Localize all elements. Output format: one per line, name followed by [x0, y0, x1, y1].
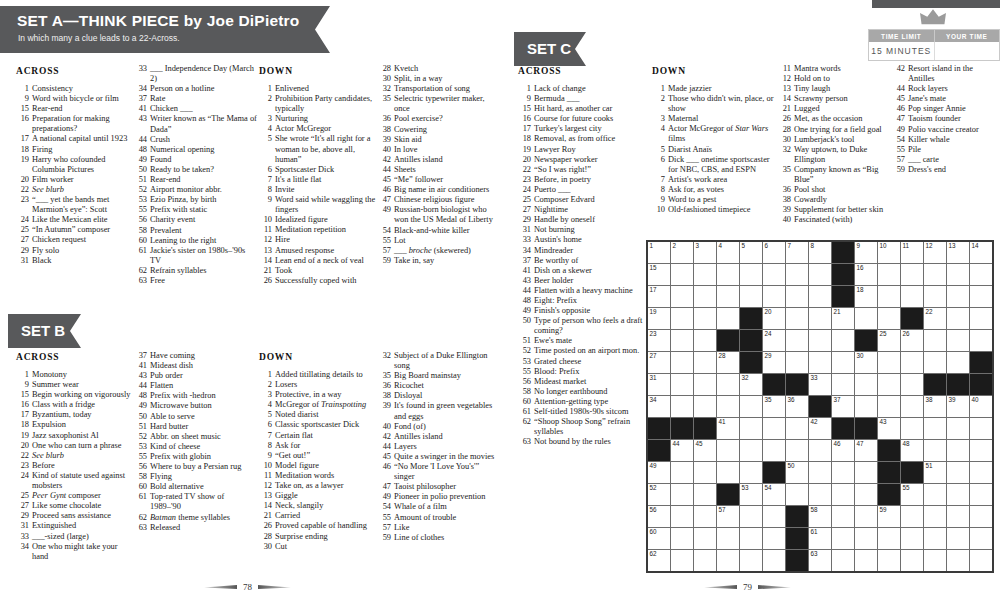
- grid-cell[interactable]: [740, 396, 762, 417]
- grid-cell[interactable]: 18: [855, 286, 877, 307]
- grid-cell[interactable]: [970, 550, 992, 571]
- grid-cell[interactable]: [717, 264, 739, 285]
- clue: 14Lean end of a neck of veal: [259, 256, 377, 266]
- clue: 10Old-fashioned timepiece: [652, 205, 776, 215]
- grid-cell[interactable]: 47: [855, 440, 877, 461]
- grid-cell[interactable]: [832, 484, 854, 505]
- grid-cell[interactable]: 38: [924, 396, 946, 417]
- grid-cell[interactable]: [924, 418, 946, 439]
- clue: 43Beer holder: [518, 276, 646, 286]
- grid-cell[interactable]: [878, 528, 900, 549]
- grid-cell[interactable]: [740, 264, 762, 285]
- grid-cell[interactable]: [901, 286, 923, 307]
- grid-cell[interactable]: [901, 264, 923, 285]
- grid-cell[interactable]: 55: [901, 484, 923, 505]
- grid-cell[interactable]: [809, 352, 831, 373]
- set-a-down-column-1: DOWN 1Enlivened2Prohibition Party candid…: [259, 66, 377, 286]
- grid-cell[interactable]: 41: [717, 418, 739, 439]
- grid-cell[interactable]: 36: [786, 396, 808, 417]
- grid-cell[interactable]: [763, 418, 785, 439]
- grid-cell[interactable]: [809, 330, 831, 351]
- grid-cell[interactable]: 9: [855, 242, 877, 263]
- clue: 9Word said while waggling the fingers: [259, 195, 377, 215]
- clue: 23Before, in poetry: [518, 175, 646, 185]
- cell-number: 28: [719, 352, 726, 359]
- grid-cell[interactable]: [832, 352, 854, 373]
- grid-cell[interactable]: [901, 550, 923, 571]
- grid-cell[interactable]: [970, 440, 992, 461]
- clue: 31Not burning: [518, 225, 646, 235]
- grid-cell[interactable]: [671, 330, 693, 351]
- clue: 8Ask for, as votes: [652, 185, 776, 195]
- grid-cell[interactable]: 1: [648, 242, 670, 263]
- grid-cell[interactable]: 45: [694, 440, 716, 461]
- grid-cell[interactable]: 23: [648, 330, 670, 351]
- clue: 11Meditation words: [259, 471, 377, 481]
- page-number-right: 79: [743, 582, 752, 592]
- grid-cell[interactable]: [694, 506, 716, 527]
- clue: 5She wrote “It's all right for a woman t…: [259, 134, 377, 164]
- clue: 48Numerical opening: [134, 145, 257, 155]
- grid-cell[interactable]: [970, 286, 992, 307]
- grid-cell[interactable]: [878, 308, 900, 329]
- grid-cell[interactable]: [924, 506, 946, 527]
- clue: 26Successfully coped with: [259, 276, 377, 286]
- grid-cell[interactable]: 60: [648, 528, 670, 549]
- clue: 44Flatten: [134, 381, 257, 391]
- clue: 27Like some chocolate: [16, 501, 134, 511]
- grid-cell[interactable]: [855, 462, 877, 483]
- clue: 6Classic sportscaster Dick: [259, 420, 377, 430]
- grid-cell[interactable]: 28: [717, 352, 739, 373]
- crown-icon: [920, 9, 946, 25]
- grid-cell[interactable]: [809, 308, 831, 329]
- grid-cell[interactable]: 10: [878, 242, 900, 263]
- clue: 1Lack of change: [518, 84, 646, 94]
- grid-cell[interactable]: 58: [809, 506, 831, 527]
- grid-cell[interactable]: 52: [648, 484, 670, 505]
- grid-cell[interactable]: 62: [648, 550, 670, 571]
- grid-cell-black: [671, 418, 693, 439]
- grid-cell[interactable]: [809, 462, 831, 483]
- grid-cell[interactable]: [740, 462, 762, 483]
- clue: 8Ask for: [259, 441, 377, 451]
- grid-cell[interactable]: [763, 528, 785, 549]
- grid-cell[interactable]: 27: [648, 352, 670, 373]
- clue: 12Hold on to: [778, 74, 892, 84]
- grid-cell[interactable]: 29: [763, 352, 785, 373]
- clue: 1Added titillating details to: [259, 370, 377, 380]
- grid-cell[interactable]: [970, 418, 992, 439]
- grid-cell[interactable]: [671, 308, 693, 329]
- grid-cell[interactable]: 25: [878, 330, 900, 351]
- grid-cell[interactable]: [947, 418, 969, 439]
- grid-cell[interactable]: 32: [740, 374, 762, 395]
- grid-cell[interactable]: 31: [648, 374, 670, 395]
- grid-cell[interactable]: 5: [740, 242, 762, 263]
- cell-number: 37: [834, 396, 841, 403]
- grid-cell[interactable]: [786, 308, 808, 329]
- grid-cell[interactable]: [671, 286, 693, 307]
- grid-cell[interactable]: [878, 352, 900, 373]
- left-arrow-icon: [704, 585, 737, 590]
- clue: 49Found: [134, 155, 257, 165]
- clue: 29Proceed sans assistance: [16, 511, 134, 521]
- grid-cell[interactable]: 59: [878, 506, 900, 527]
- grid-cell[interactable]: [970, 484, 992, 505]
- grid-cell[interactable]: [694, 550, 716, 571]
- grid-cell[interactable]: [970, 506, 992, 527]
- clue: 46Big name in air conditioners: [378, 185, 499, 195]
- grid-cell[interactable]: 42: [809, 418, 831, 439]
- grid-cell[interactable]: 51: [924, 462, 946, 483]
- grid-cell[interactable]: 8: [809, 242, 831, 263]
- grid-cell[interactable]: [763, 286, 785, 307]
- clue: 35Big Board mainstay: [378, 371, 499, 381]
- grid-cell[interactable]: [832, 550, 854, 571]
- grid-cell[interactable]: [786, 440, 808, 461]
- cell-number: 22: [926, 308, 933, 315]
- grid-cell[interactable]: [671, 352, 693, 373]
- grid-cell[interactable]: [694, 374, 716, 395]
- grid-cell[interactable]: 6: [763, 242, 785, 263]
- grid-cell[interactable]: [740, 418, 762, 439]
- grid-cell[interactable]: 49: [648, 462, 670, 483]
- grid-cell[interactable]: 22: [924, 308, 946, 329]
- clue: 30Lumberjack's tool: [778, 135, 892, 145]
- grid-cell[interactable]: [970, 330, 992, 351]
- grid-cell-black: [648, 418, 670, 439]
- grid-cell[interactable]: 35: [763, 396, 785, 417]
- grid-cell[interactable]: 16: [855, 264, 877, 285]
- cell-number: 10: [880, 242, 887, 249]
- grid-cell[interactable]: [717, 286, 739, 307]
- clue: 57___ broche (skewered): [378, 246, 499, 256]
- grid-cell[interactable]: [786, 484, 808, 505]
- grid-cell[interactable]: 14: [970, 242, 992, 263]
- grid-cell[interactable]: [694, 264, 716, 285]
- grid-cell[interactable]: [947, 440, 969, 461]
- grid-cell[interactable]: 37: [832, 396, 854, 417]
- grid-cell[interactable]: [809, 264, 831, 285]
- clue: 3Maternal: [652, 114, 776, 124]
- grid-cell[interactable]: [717, 374, 739, 395]
- grid-cell[interactable]: [763, 506, 785, 527]
- grid-cell[interactable]: [717, 440, 739, 461]
- grid-cell[interactable]: [901, 352, 923, 373]
- grid-cell[interactable]: [924, 264, 946, 285]
- grid-cell[interactable]: [671, 484, 693, 505]
- grid-cell[interactable]: 3: [694, 242, 716, 263]
- clue: 43Pub order: [134, 371, 257, 381]
- grid-cell[interactable]: 46: [832, 440, 854, 461]
- cell-number: 16: [857, 264, 864, 271]
- clue: 19Harry who cofounded Columbia Pictures: [16, 155, 134, 175]
- cell-number: 59: [880, 506, 887, 513]
- grid-cell[interactable]: 12: [924, 242, 946, 263]
- grid-cell[interactable]: [947, 528, 969, 549]
- grid-cell[interactable]: [763, 440, 785, 461]
- across-header: ACROSS: [518, 66, 646, 76]
- grid-cell[interactable]: 17: [648, 286, 670, 307]
- cell-number: 45: [696, 440, 703, 447]
- grid-cell[interactable]: [924, 528, 946, 549]
- grid-cell[interactable]: [855, 506, 877, 527]
- grid-cell[interactable]: 63: [809, 550, 831, 571]
- grid-cell[interactable]: 44: [671, 440, 693, 461]
- grid-cell[interactable]: [740, 440, 762, 461]
- grid-cell[interactable]: [947, 264, 969, 285]
- grid-cell-black: [763, 462, 785, 483]
- set-c-down-column-2: 11Mantra words12Hold on to13Tiny laugh14…: [778, 64, 892, 226]
- grid-cell[interactable]: [970, 528, 992, 549]
- grid-cell-black: [855, 418, 877, 439]
- clue: 18Expulsion: [16, 420, 134, 430]
- grid-cell[interactable]: 13: [947, 242, 969, 263]
- cell-number: 42: [811, 418, 818, 425]
- grid-cell[interactable]: [740, 528, 762, 549]
- grid-cell[interactable]: [694, 308, 716, 329]
- grid-cell[interactable]: [924, 484, 946, 505]
- grid-cell[interactable]: [694, 484, 716, 505]
- clue: 23“___ yet the bands met Marmion's eye”:…: [16, 195, 134, 215]
- grid-cell[interactable]: [694, 462, 716, 483]
- grid-cell[interactable]: 54: [763, 484, 785, 505]
- grid-cell[interactable]: [901, 374, 923, 395]
- clue: 51Ewe's mate: [518, 336, 646, 346]
- grid-cell[interactable]: [671, 462, 693, 483]
- clue: 33___ Independence Day (March 2): [134, 64, 257, 84]
- grid-cell[interactable]: 33: [809, 374, 831, 395]
- grid-cell[interactable]: [717, 528, 739, 549]
- cell-number: 25: [880, 330, 887, 337]
- grid-cell[interactable]: [671, 528, 693, 549]
- clue: 52Abbr. on sheet music: [134, 432, 257, 442]
- clue: 54Killer whale: [892, 135, 998, 145]
- grid-cell[interactable]: [924, 286, 946, 307]
- clue: 11Meditation repetition: [259, 225, 377, 235]
- grid-cell[interactable]: 24: [763, 330, 785, 351]
- clue: 53Kind of cheese: [134, 442, 257, 452]
- cell-number: 18: [857, 286, 864, 293]
- grid-cell[interactable]: 34: [648, 396, 670, 417]
- grid-cell-black: [878, 440, 900, 461]
- clue: 12Take on, as a lawyer: [259, 481, 377, 491]
- clue: 34Mindreader: [518, 246, 646, 256]
- grid-cell[interactable]: [671, 396, 693, 417]
- grid-cell[interactable]: [786, 264, 808, 285]
- clue: 13Tiny laugh: [778, 84, 892, 94]
- grid-cell[interactable]: [740, 506, 762, 527]
- grid-cell[interactable]: [924, 352, 946, 373]
- clue: 9Word to a pest: [652, 195, 776, 205]
- grid-cell[interactable]: [947, 352, 969, 373]
- grid-cell[interactable]: [786, 352, 808, 373]
- grid-cell[interactable]: [832, 330, 854, 351]
- grid-cell[interactable]: [970, 308, 992, 329]
- grid-cell[interactable]: [878, 374, 900, 395]
- clue: 48Eight: Prefix: [518, 296, 646, 306]
- grid-cell-black: [970, 352, 992, 373]
- grid-cell[interactable]: [855, 374, 877, 395]
- set-b-banner: SET B: [8, 314, 81, 348]
- grid-cell[interactable]: [694, 352, 716, 373]
- grid-cell[interactable]: 7: [786, 242, 808, 263]
- grid-cell[interactable]: [855, 308, 877, 329]
- grid-cell[interactable]: [947, 550, 969, 571]
- grid-cell[interactable]: [970, 264, 992, 285]
- grid-cell[interactable]: [855, 528, 877, 549]
- clue: 55Blood: Prefix: [518, 367, 646, 377]
- grid-cell[interactable]: [694, 528, 716, 549]
- clue: 5Noted diarist: [259, 410, 377, 420]
- clue: 49Finish's opposite: [518, 306, 646, 316]
- clue: 20Newspaper worker: [518, 155, 646, 165]
- cell-number: 46: [834, 440, 841, 447]
- clue: 45“Me” follower: [378, 175, 499, 185]
- grid-cell[interactable]: [947, 308, 969, 329]
- grid-cell[interactable]: [878, 286, 900, 307]
- clue: 30Cut: [259, 542, 377, 552]
- grid-cell[interactable]: 26: [901, 330, 923, 351]
- grid-cell-black: [947, 374, 969, 395]
- grid-cell[interactable]: [947, 330, 969, 351]
- grid-cell[interactable]: [740, 550, 762, 571]
- grid-cell[interactable]: [855, 550, 877, 571]
- grid-cell[interactable]: [671, 374, 693, 395]
- cell-number: 56: [650, 506, 657, 513]
- grid-cell[interactable]: [901, 528, 923, 549]
- cell-number: 62: [650, 550, 657, 557]
- clue: 32Subject of a Duke Ellington song: [378, 351, 499, 371]
- cell-number: 31: [650, 374, 657, 381]
- clue: 7Artist's work area: [652, 175, 776, 185]
- clue: 35Selectric typewriter maker, once: [378, 94, 499, 114]
- grid-cell[interactable]: 11: [901, 242, 923, 263]
- clue: 55Amount of trouble: [378, 513, 499, 523]
- grid-cell[interactable]: [717, 550, 739, 571]
- grid-cell[interactable]: [786, 330, 808, 351]
- clue: 40Fascinated (with): [778, 215, 892, 225]
- clue: 44Layers: [378, 442, 499, 452]
- grid-cell[interactable]: [694, 330, 716, 351]
- grid-cell[interactable]: [786, 286, 808, 307]
- grid-cell[interactable]: [924, 330, 946, 351]
- your-time-field[interactable]: [934, 42, 1000, 60]
- grid-cell[interactable]: [832, 506, 854, 527]
- grid-cell[interactable]: [694, 286, 716, 307]
- grid-cell[interactable]: 15: [648, 264, 670, 285]
- grid-cell[interactable]: [717, 396, 739, 417]
- grid-cell[interactable]: [717, 308, 739, 329]
- grid-cell[interactable]: [832, 528, 854, 549]
- clue: 47Taoism founder: [892, 114, 998, 124]
- grid-cell[interactable]: [947, 484, 969, 505]
- grid-cell[interactable]: [901, 418, 923, 439]
- grid-cell[interactable]: [671, 506, 693, 527]
- clue: 60Bold alternative: [134, 482, 257, 492]
- grid-cell[interactable]: [970, 462, 992, 483]
- grid-cell[interactable]: 56: [648, 506, 670, 527]
- grid-cell[interactable]: 53: [740, 484, 762, 505]
- cell-number: 29: [765, 352, 772, 359]
- grid-cell-black: [832, 286, 854, 307]
- set-b-across-column-2: 37Have coming41Mideast dish43Pub order44…: [134, 351, 257, 533]
- clue: 31Black: [16, 256, 134, 266]
- grid-cell[interactable]: 2: [671, 242, 693, 263]
- clue: 60Attention-getting type: [518, 397, 646, 407]
- grid-cell[interactable]: 40: [970, 396, 992, 417]
- clue: 36Pool shot: [778, 185, 892, 195]
- grid-cell[interactable]: 20: [763, 308, 785, 329]
- clue: 40In love: [378, 145, 499, 155]
- grid-cell[interactable]: [809, 286, 831, 307]
- clue: 58Prevalent: [134, 226, 257, 236]
- cell-number: 57: [719, 506, 726, 513]
- grid-cell[interactable]: 4: [717, 242, 739, 263]
- grid-cell[interactable]: [717, 462, 739, 483]
- grid-cell[interactable]: [763, 264, 785, 285]
- grid-cell[interactable]: [947, 286, 969, 307]
- grid-cell[interactable]: 50: [786, 462, 808, 483]
- grid-cell[interactable]: [809, 484, 831, 505]
- cell-number: 33: [811, 374, 818, 381]
- grid-cell[interactable]: [786, 418, 808, 439]
- grid-cell[interactable]: [855, 396, 877, 417]
- grid-cell[interactable]: 21: [832, 308, 854, 329]
- grid-cell[interactable]: [694, 396, 716, 417]
- clue: 23Before: [16, 461, 134, 471]
- grid-cell[interactable]: 61: [809, 528, 831, 549]
- grid-cell[interactable]: [671, 264, 693, 285]
- set-a-across-column-1: ACROSS 1Consistency9Word with bicycle or…: [16, 66, 134, 266]
- grid-cell[interactable]: [901, 396, 923, 417]
- cell-number: 14: [972, 242, 979, 249]
- grid-cell[interactable]: 30: [855, 352, 877, 373]
- grid-cell[interactable]: [832, 374, 854, 395]
- grid-cell[interactable]: [878, 396, 900, 417]
- grid-cell[interactable]: [924, 440, 946, 461]
- grid-cell[interactable]: [878, 550, 900, 571]
- grid-cell[interactable]: [763, 550, 785, 571]
- grid-cell[interactable]: [878, 264, 900, 285]
- grid-cell[interactable]: [671, 550, 693, 571]
- grid-cell[interactable]: [740, 286, 762, 307]
- grid-cell[interactable]: 39: [947, 396, 969, 417]
- across-header: ACROSS: [16, 352, 134, 362]
- across-header: ACROSS: [16, 66, 134, 76]
- clue: 60Leaning to the right: [134, 236, 257, 246]
- clue: 4Actor McGregor: [259, 124, 377, 134]
- grid-cell[interactable]: [947, 506, 969, 527]
- crossword-grid: 1234567891011121314151617181920212223242…: [646, 240, 994, 573]
- grid-cell[interactable]: 43: [878, 418, 900, 439]
- grid-cell[interactable]: [809, 440, 831, 461]
- grid-cell[interactable]: 48: [901, 440, 923, 461]
- cell-number: 58: [811, 506, 818, 513]
- grid-cell[interactable]: [901, 506, 923, 527]
- clue: 63Not bound by the rules: [518, 437, 646, 447]
- grid-cell[interactable]: 57: [717, 506, 739, 527]
- grid-cell[interactable]: [924, 550, 946, 571]
- grid-cell[interactable]: 19: [648, 308, 670, 329]
- clue: 54Black-and-white killer: [378, 226, 499, 236]
- clue: 53Grated cheese: [518, 357, 646, 367]
- clue: 18Firing: [16, 145, 134, 155]
- grid-cell[interactable]: [855, 484, 877, 505]
- grid-cell[interactable]: [832, 462, 854, 483]
- grid-cell[interactable]: [947, 462, 969, 483]
